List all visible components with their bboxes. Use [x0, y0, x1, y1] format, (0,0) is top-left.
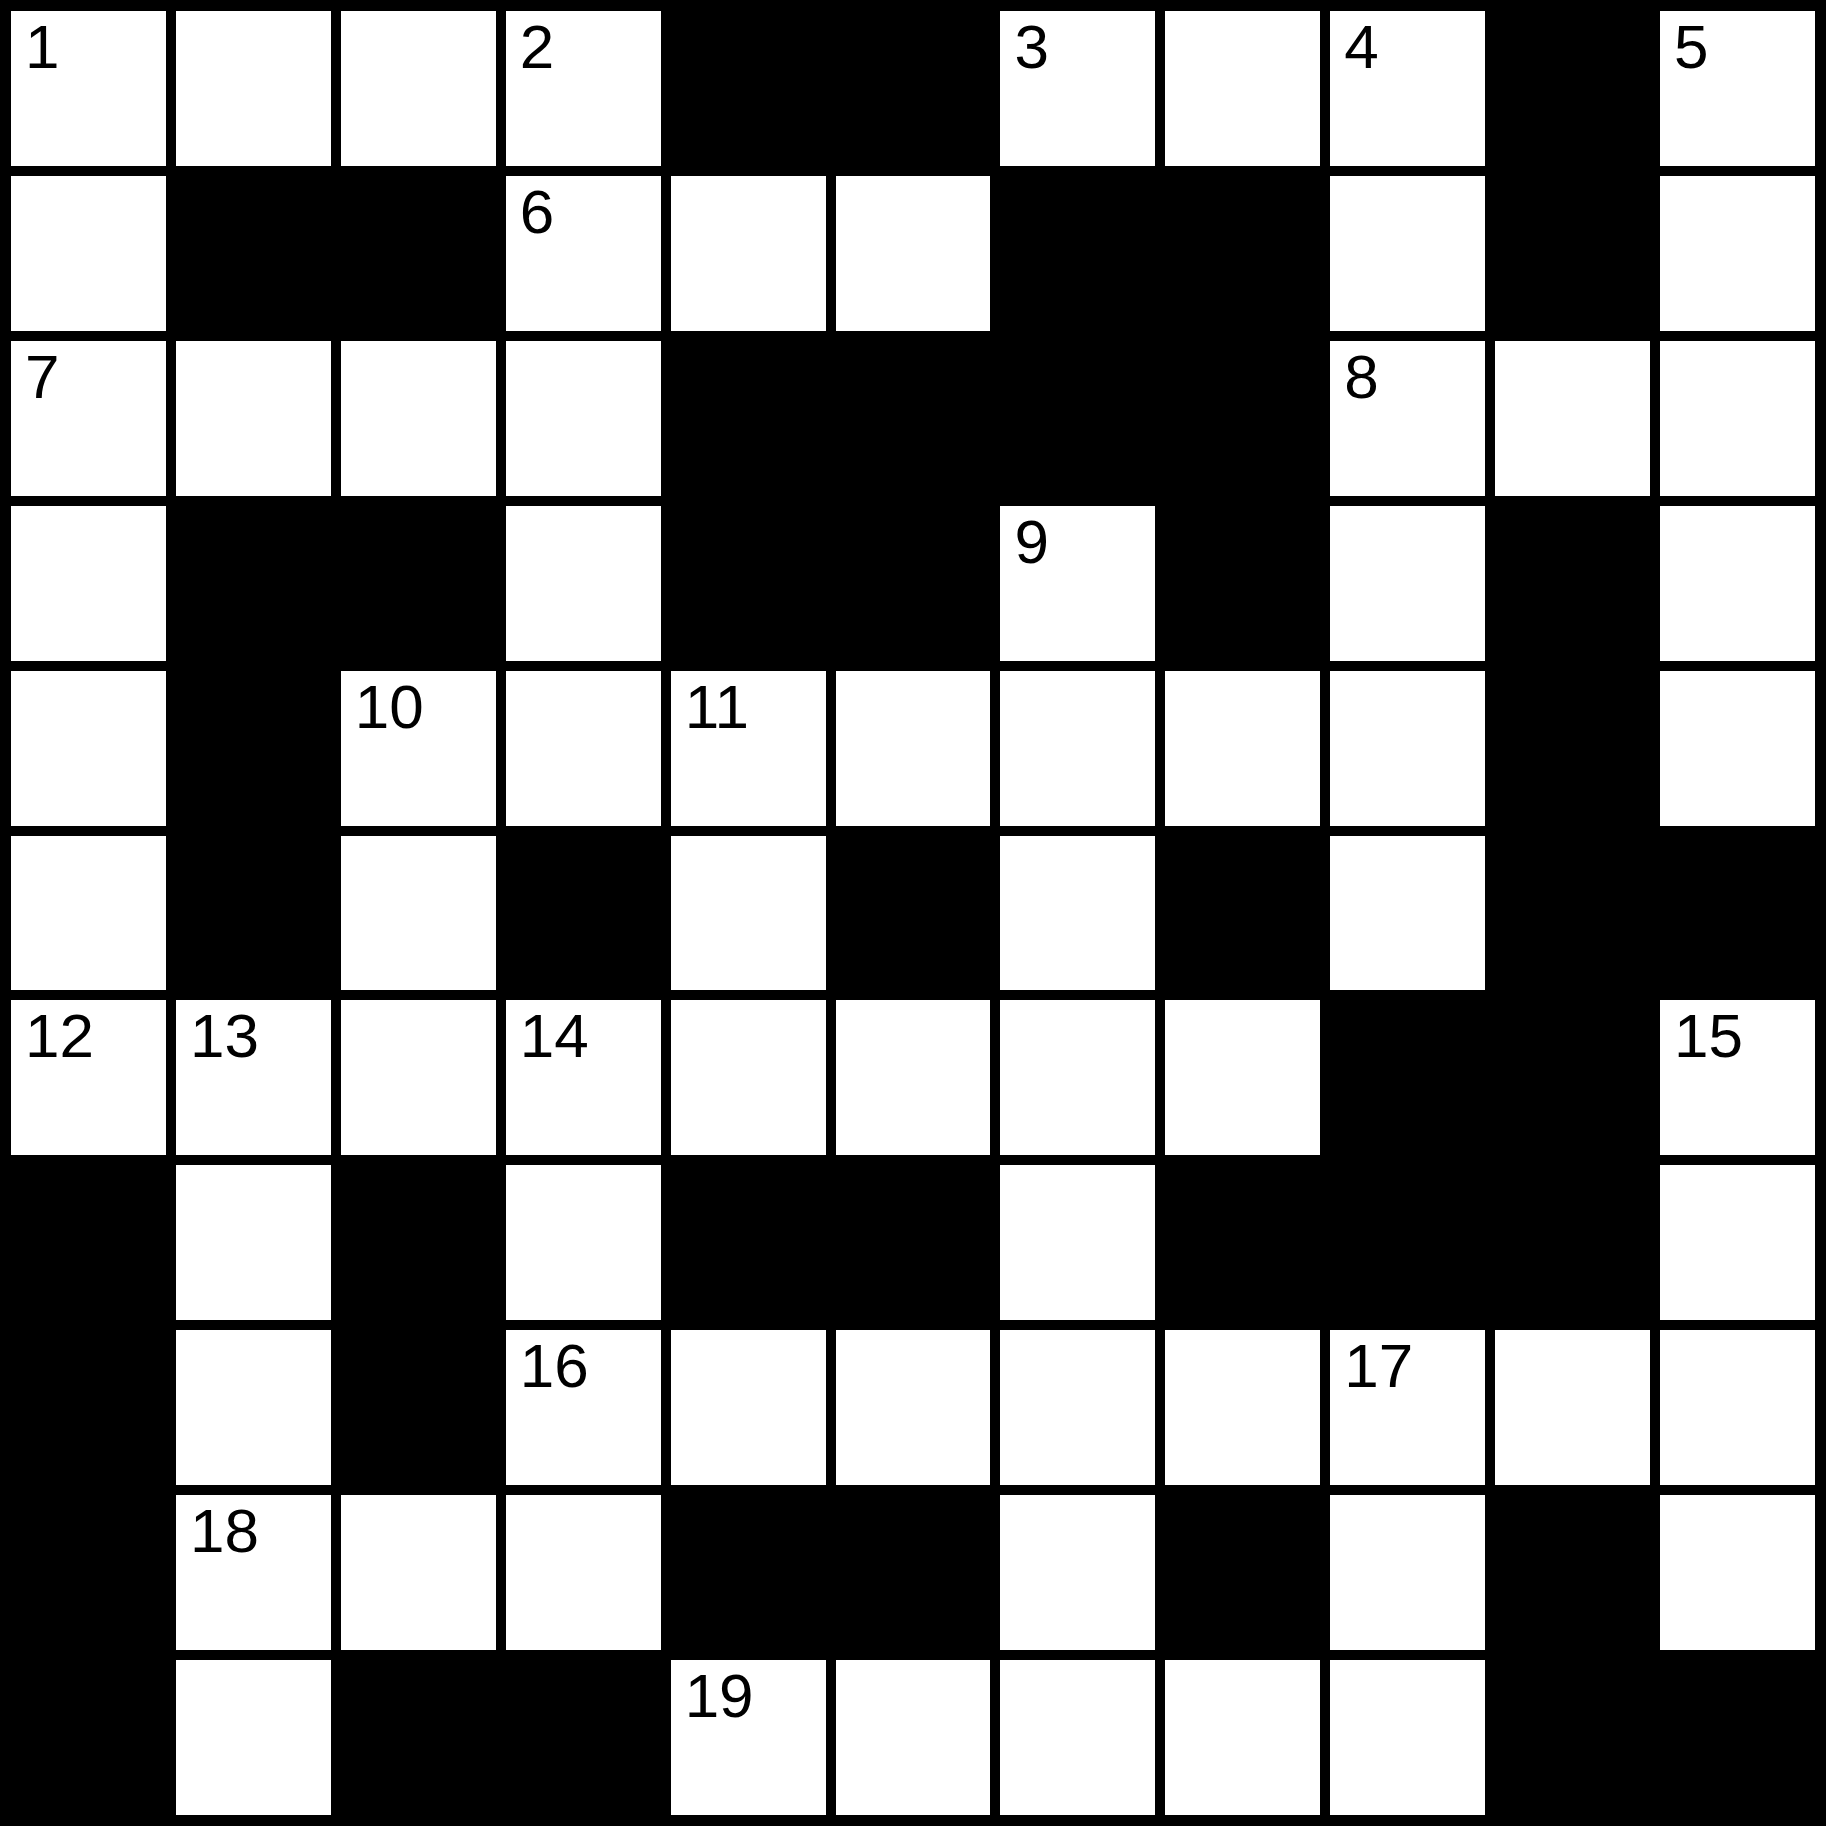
white-cell[interactable]: 15	[1655, 995, 1820, 1160]
white-cell[interactable]	[501, 1160, 666, 1325]
clue-number: 14	[520, 1002, 589, 1070]
black-cell	[1655, 831, 1820, 996]
clue-number: 7	[25, 343, 59, 411]
black-cell	[995, 336, 1160, 501]
white-cell[interactable]: 5	[1655, 6, 1820, 171]
clue-number: 10	[355, 673, 424, 741]
black-cell	[995, 171, 1160, 336]
black-cell	[1160, 831, 1325, 996]
clue-number: 12	[25, 1002, 94, 1070]
black-cell	[6, 1655, 171, 1820]
white-cell[interactable]	[501, 1490, 666, 1655]
white-cell[interactable]	[6, 171, 171, 336]
clue-number: 1	[25, 13, 59, 81]
clue-number: 16	[520, 1332, 589, 1400]
white-cell[interactable]	[336, 6, 501, 171]
white-cell[interactable]	[501, 501, 666, 666]
white-cell[interactable]	[171, 1655, 336, 1820]
black-cell	[171, 501, 336, 666]
clue-number: 19	[685, 1662, 754, 1730]
black-cell	[666, 6, 831, 171]
black-cell	[1490, 831, 1655, 996]
white-cell[interactable]	[666, 995, 831, 1160]
black-cell	[1490, 1655, 1655, 1820]
white-cell[interactable]	[1655, 171, 1820, 336]
clue-number: 4	[1344, 13, 1378, 81]
white-cell[interactable]	[1655, 1160, 1820, 1325]
black-cell	[336, 171, 501, 336]
black-cell	[1490, 501, 1655, 666]
white-cell[interactable]: 7	[6, 336, 171, 501]
black-cell	[1490, 171, 1655, 336]
white-cell[interactable]	[171, 1325, 336, 1490]
black-cell	[1160, 1160, 1325, 1325]
white-cell[interactable]	[995, 1325, 1160, 1490]
white-cell[interactable]: 13	[171, 995, 336, 1160]
clue-number: 2	[520, 13, 554, 81]
white-cell[interactable]	[171, 6, 336, 171]
black-cell	[171, 831, 336, 996]
white-cell[interactable]	[336, 1490, 501, 1655]
clue-number: 17	[1344, 1332, 1413, 1400]
white-cell[interactable]	[995, 1490, 1160, 1655]
white-cell[interactable]	[831, 666, 996, 831]
white-cell[interactable]	[1160, 1655, 1325, 1820]
white-cell[interactable]	[831, 171, 996, 336]
black-cell	[6, 1325, 171, 1490]
clue-number: 5	[1674, 13, 1708, 81]
black-cell	[1655, 1655, 1820, 1820]
white-cell[interactable]: 3	[995, 6, 1160, 171]
white-cell[interactable]: 8	[1325, 336, 1490, 501]
white-cell[interactable]: 10	[336, 666, 501, 831]
white-cell[interactable]	[1325, 831, 1490, 996]
black-cell	[1160, 1490, 1325, 1655]
white-cell[interactable]	[995, 666, 1160, 831]
clue-number: 3	[1014, 13, 1048, 81]
clue-number: 15	[1674, 1002, 1743, 1070]
white-cell[interactable]	[995, 1160, 1160, 1325]
black-cell	[171, 171, 336, 336]
white-cell[interactable]: 6	[501, 171, 666, 336]
black-cell	[336, 1325, 501, 1490]
white-cell[interactable]	[1160, 666, 1325, 831]
white-cell[interactable]	[831, 1655, 996, 1820]
white-cell[interactable]	[336, 831, 501, 996]
white-cell[interactable]: 11	[666, 666, 831, 831]
black-cell	[6, 1160, 171, 1325]
black-cell	[1490, 995, 1655, 1160]
white-cell[interactable]	[831, 1325, 996, 1490]
black-cell	[831, 6, 996, 171]
white-cell[interactable]: 14	[501, 995, 666, 1160]
black-cell	[666, 336, 831, 501]
black-cell	[1160, 171, 1325, 336]
white-cell[interactable]	[1160, 1325, 1325, 1490]
white-cell[interactable]: 19	[666, 1655, 831, 1820]
white-cell[interactable]	[1490, 1325, 1655, 1490]
black-cell	[1325, 1160, 1490, 1325]
black-cell	[831, 1160, 996, 1325]
black-cell	[1490, 1490, 1655, 1655]
white-cell[interactable]	[1490, 336, 1655, 501]
white-cell[interactable]	[1325, 171, 1490, 336]
white-cell[interactable]	[666, 1325, 831, 1490]
black-cell	[501, 1655, 666, 1820]
white-cell[interactable]: 12	[6, 995, 171, 1160]
clue-number: 11	[685, 673, 749, 741]
black-cell	[831, 1490, 996, 1655]
white-cell[interactable]: 1	[6, 6, 171, 171]
white-cell[interactable]	[1655, 501, 1820, 666]
black-cell	[1490, 666, 1655, 831]
black-cell	[1490, 1160, 1655, 1325]
white-cell[interactable]: 16	[501, 1325, 666, 1490]
white-cell[interactable]	[1325, 666, 1490, 831]
white-cell[interactable]	[995, 1655, 1160, 1820]
white-cell[interactable]	[666, 831, 831, 996]
black-cell	[1160, 501, 1325, 666]
white-cell[interactable]	[6, 666, 171, 831]
white-cell[interactable]	[336, 995, 501, 1160]
white-cell[interactable]	[995, 831, 1160, 996]
white-cell[interactable]	[6, 501, 171, 666]
white-cell[interactable]: 4	[1325, 6, 1490, 171]
black-cell	[171, 666, 336, 831]
white-cell[interactable]	[171, 336, 336, 501]
white-cell[interactable]	[1655, 1490, 1820, 1655]
white-cell[interactable]: 2	[501, 6, 666, 171]
black-cell	[831, 831, 996, 996]
black-cell	[1325, 995, 1490, 1160]
white-cell[interactable]	[1325, 501, 1490, 666]
black-cell	[1490, 6, 1655, 171]
white-cell[interactable]	[666, 171, 831, 336]
white-cell[interactable]	[501, 336, 666, 501]
clue-number: 9	[1014, 508, 1048, 576]
black-cell	[666, 501, 831, 666]
black-cell	[6, 1490, 171, 1655]
black-cell	[336, 501, 501, 666]
white-cell[interactable]	[1160, 995, 1325, 1160]
white-cell[interactable]	[1655, 1325, 1820, 1490]
white-cell[interactable]	[501, 666, 666, 831]
white-cell[interactable]	[1325, 1490, 1490, 1655]
white-cell[interactable]	[1655, 666, 1820, 831]
clue-number: 13	[190, 1002, 259, 1070]
white-cell[interactable]	[831, 995, 996, 1160]
white-cell[interactable]	[1325, 1655, 1490, 1820]
black-cell	[831, 336, 996, 501]
black-cell	[501, 831, 666, 996]
black-cell	[336, 1655, 501, 1820]
black-cell	[336, 1160, 501, 1325]
white-cell[interactable]	[171, 1160, 336, 1325]
black-cell	[831, 501, 996, 666]
white-cell[interactable]	[1160, 6, 1325, 171]
black-cell	[666, 1490, 831, 1655]
white-cell[interactable]: 18	[171, 1490, 336, 1655]
crossword-board: 12345678910111213141516171819	[0, 0, 1826, 1826]
white-cell[interactable]	[1655, 336, 1820, 501]
clue-number: 6	[520, 178, 554, 246]
white-cell[interactable]: 17	[1325, 1325, 1490, 1490]
white-cell[interactable]	[6, 831, 171, 996]
white-cell[interactable]: 9	[995, 501, 1160, 666]
black-cell	[1160, 336, 1325, 501]
clue-number: 18	[190, 1497, 259, 1565]
clue-number: 8	[1344, 343, 1378, 411]
black-cell	[666, 1160, 831, 1325]
white-cell[interactable]	[995, 995, 1160, 1160]
white-cell[interactable]	[336, 336, 501, 501]
